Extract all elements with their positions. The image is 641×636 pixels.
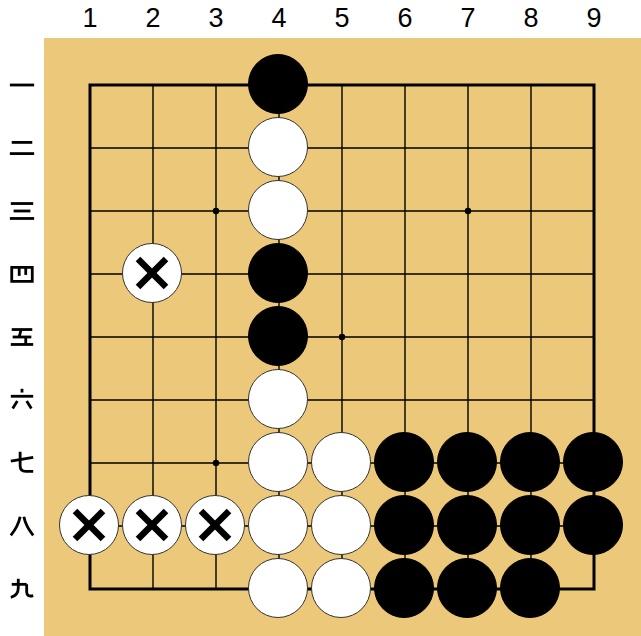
white-stone — [248, 117, 308, 177]
black-stone — [374, 495, 434, 555]
intersection-7-5[interactable] — [437, 306, 500, 369]
x-mark-icon — [195, 505, 235, 545]
intersection-1-9[interactable] — [59, 558, 122, 621]
intersection-6-3[interactable] — [374, 180, 437, 243]
intersection-1-8[interactable] — [59, 495, 122, 558]
intersection-8-5[interactable] — [500, 306, 563, 369]
intersection-5-5[interactable] — [311, 306, 374, 369]
intersection-4-1[interactable] — [248, 54, 311, 117]
intersection-3-5[interactable] — [185, 306, 248, 369]
intersection-2-8[interactable] — [122, 495, 185, 558]
row-label-6 — [0, 369, 44, 432]
intersection-3-8[interactable] — [185, 495, 248, 558]
stones-grid — [59, 54, 626, 621]
intersection-2-1[interactable] — [122, 54, 185, 117]
intersection-6-4[interactable] — [374, 243, 437, 306]
white-stone-x-marked — [59, 495, 119, 555]
intersection-1-7[interactable] — [59, 432, 122, 495]
intersection-3-4[interactable] — [185, 243, 248, 306]
intersection-6-1[interactable] — [374, 54, 437, 117]
row-label-1 — [0, 54, 44, 117]
white-stone — [311, 495, 371, 555]
intersection-6-8[interactable] — [374, 495, 437, 558]
intersection-5-8[interactable] — [311, 495, 374, 558]
intersection-6-5[interactable] — [374, 306, 437, 369]
intersection-3-3[interactable] — [185, 180, 248, 243]
intersection-4-4[interactable] — [248, 243, 311, 306]
intersection-4-3[interactable] — [248, 180, 311, 243]
intersection-8-3[interactable] — [500, 180, 563, 243]
black-stone — [248, 306, 308, 366]
intersection-5-4[interactable] — [311, 243, 374, 306]
intersection-8-1[interactable] — [500, 54, 563, 117]
row-label-9 — [0, 558, 44, 621]
intersection-2-4[interactable] — [122, 243, 185, 306]
intersection-1-4[interactable] — [59, 243, 122, 306]
intersection-3-7[interactable] — [185, 432, 248, 495]
row-labels — [0, 54, 44, 621]
black-stone — [248, 54, 308, 114]
intersection-9-3[interactable] — [563, 180, 626, 243]
column-label-2: 2 — [122, 0, 185, 36]
intersection-5-9[interactable] — [311, 558, 374, 621]
intersection-2-7[interactable] — [122, 432, 185, 495]
black-stone — [500, 495, 560, 555]
white-stone-x-marked — [122, 495, 182, 555]
intersection-8-9[interactable] — [500, 558, 563, 621]
intersection-1-5[interactable] — [59, 306, 122, 369]
intersection-9-9[interactable] — [563, 558, 626, 621]
black-stone — [563, 495, 623, 555]
intersection-4-8[interactable] — [248, 495, 311, 558]
intersection-7-7[interactable] — [437, 432, 500, 495]
intersection-9-1[interactable] — [563, 54, 626, 117]
intersection-9-7[interactable] — [563, 432, 626, 495]
intersection-9-4[interactable] — [563, 243, 626, 306]
intersection-8-4[interactable] — [500, 243, 563, 306]
intersection-2-6[interactable] — [122, 369, 185, 432]
intersection-9-5[interactable] — [563, 306, 626, 369]
intersection-6-6[interactable] — [374, 369, 437, 432]
intersection-7-3[interactable] — [437, 180, 500, 243]
intersection-4-7[interactable] — [248, 432, 311, 495]
column-labels: 123456789 — [59, 0, 626, 34]
column-label-5: 5 — [311, 0, 374, 36]
intersection-8-6[interactable] — [500, 369, 563, 432]
row-label-7 — [0, 432, 44, 495]
intersection-9-6[interactable] — [563, 369, 626, 432]
intersection-4-6[interactable] — [248, 369, 311, 432]
white-stone — [248, 558, 308, 618]
intersection-7-2[interactable] — [437, 117, 500, 180]
x-mark-icon — [132, 253, 172, 293]
intersection-3-6[interactable] — [185, 369, 248, 432]
white-stone-x-marked — [122, 243, 182, 303]
black-stone — [437, 495, 497, 555]
column-label-9: 9 — [563, 0, 626, 36]
intersection-8-7[interactable] — [500, 432, 563, 495]
white-stone — [311, 432, 371, 492]
intersection-5-6[interactable] — [311, 369, 374, 432]
intersection-8-8[interactable] — [500, 495, 563, 558]
white-stone-x-marked — [185, 495, 245, 555]
intersection-4-2[interactable] — [248, 117, 311, 180]
column-label-8: 8 — [500, 0, 563, 36]
intersection-7-4[interactable] — [437, 243, 500, 306]
intersection-3-2[interactable] — [185, 117, 248, 180]
white-stone — [248, 495, 308, 555]
white-stone — [248, 180, 308, 240]
column-label-1: 1 — [59, 0, 122, 36]
intersection-7-6[interactable] — [437, 369, 500, 432]
intersection-2-5[interactable] — [122, 306, 185, 369]
intersection-9-8[interactable] — [563, 495, 626, 558]
intersection-4-9[interactable] — [248, 558, 311, 621]
row-label-2 — [0, 117, 44, 180]
black-stone — [437, 558, 497, 618]
intersection-7-1[interactable] — [437, 54, 500, 117]
intersection-6-7[interactable] — [374, 432, 437, 495]
intersection-1-6[interactable] — [59, 369, 122, 432]
intersection-5-1[interactable] — [311, 54, 374, 117]
column-label-4: 4 — [248, 0, 311, 36]
column-label-6: 6 — [374, 0, 437, 36]
white-stone — [248, 432, 308, 492]
intersection-9-2[interactable] — [563, 117, 626, 180]
white-stone — [248, 369, 308, 429]
row-label-4 — [0, 243, 44, 306]
intersection-7-8[interactable] — [437, 495, 500, 558]
row-label-8 — [0, 495, 44, 558]
black-stone — [500, 432, 560, 492]
black-stone — [248, 243, 308, 303]
intersection-8-2[interactable] — [500, 117, 563, 180]
intersection-5-2[interactable] — [311, 117, 374, 180]
black-stone — [437, 432, 497, 492]
black-stone — [374, 558, 434, 618]
column-label-3: 3 — [185, 0, 248, 36]
black-stone — [500, 558, 560, 618]
intersection-2-3[interactable] — [122, 180, 185, 243]
row-label-3 — [0, 180, 44, 243]
intersection-4-5[interactable] — [248, 306, 311, 369]
intersection-1-2[interactable] — [59, 117, 122, 180]
black-stone — [374, 432, 434, 492]
black-stone — [563, 432, 623, 492]
row-label-5 — [0, 306, 44, 369]
intersection-3-9[interactable] — [185, 558, 248, 621]
intersection-6-2[interactable] — [374, 117, 437, 180]
intersection-5-3[interactable] — [311, 180, 374, 243]
intersection-7-9[interactable] — [437, 558, 500, 621]
x-mark-icon — [132, 505, 172, 545]
intersection-6-9[interactable] — [374, 558, 437, 621]
intersection-2-9[interactable] — [122, 558, 185, 621]
x-mark-icon — [69, 505, 109, 545]
white-stone — [311, 558, 371, 618]
intersection-1-1[interactable] — [59, 54, 122, 117]
go-diagram-page: 123456789 — [0, 0, 641, 636]
intersection-5-7[interactable] — [311, 432, 374, 495]
intersection-3-1[interactable] — [185, 54, 248, 117]
intersection-2-2[interactable] — [122, 117, 185, 180]
column-label-7: 7 — [437, 0, 500, 36]
intersection-1-3[interactable] — [59, 180, 122, 243]
